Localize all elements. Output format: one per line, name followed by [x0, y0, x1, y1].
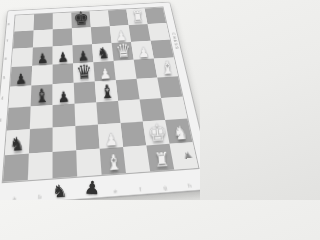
square-d7: [72, 27, 92, 45]
black-queen: ♛: [75, 62, 92, 83]
square-e8: [90, 10, 110, 27]
white-pawn: ♟: [137, 45, 149, 59]
file-label-g: g: [152, 183, 178, 192]
black-knight: ♞: [9, 135, 25, 155]
square-e1: ♝: [100, 147, 126, 175]
chess-board: 87654321 ♚♜♟♟♟♟♞♛♟♟♛♟♝♝♟♝♞♟♚♞♝♜ abcdefgh…: [0, 2, 200, 200]
square-a1: [3, 154, 29, 182]
board-photo: 87654321 ♚♜♟♟♟♟♞♛♟♟♛♟♝♝♟♝♞♟♚♞♝♜ abcdefgh…: [0, 0, 200, 200]
square-c2: [53, 126, 77, 152]
file-label-e: e: [103, 187, 129, 196]
rank-label-5: 5: [2, 67, 6, 87]
square-d2: [75, 125, 99, 151]
square-c3: [53, 104, 76, 128]
square-d3: [75, 102, 98, 126]
square-e5: ♟: [93, 61, 115, 82]
white-knight: ♞: [172, 124, 188, 143]
white-pawn: ♟: [115, 29, 127, 43]
square-b3: [30, 105, 53, 129]
square-h4: [157, 76, 182, 98]
brand-label: CHESS: [171, 32, 180, 50]
square-f8: [108, 9, 129, 26]
file-label-d: d: [78, 189, 103, 198]
square-b4: ♝: [31, 84, 53, 106]
rank-label-6: 6: [4, 49, 8, 68]
board-grid: ♚♜♟♟♟♟♞♛♟♟♛♟♝♝♟♝♞♟♚♞♝♜: [3, 7, 198, 181]
square-h2: ♞: [165, 119, 192, 144]
square-c8: [53, 12, 72, 29]
white-pawn: ♟: [99, 66, 112, 81]
square-f4: [116, 79, 140, 101]
square-f2: [120, 122, 146, 147]
square-d8: ♚: [71, 11, 91, 28]
square-a5: ♟: [10, 66, 32, 87]
square-a3: [7, 107, 31, 131]
square-f1: [123, 145, 150, 173]
black-knight: ♞: [96, 46, 110, 62]
square-h5: ♝: [154, 57, 178, 77]
board-scene: 87654321 ♚♜♟♟♟♟♞♛♟♟♛♟♝♝♟♝♞♟♚♞♝♜ abcdefgh…: [3, 0, 197, 196]
square-b6: ♟: [32, 46, 53, 65]
square-c5: [53, 63, 74, 84]
white-bishop: ♝: [159, 59, 175, 77]
square-b2: [29, 128, 53, 154]
square-e6: ♞: [92, 43, 114, 62]
black-bishop: ♝: [33, 87, 49, 106]
square-f3: [118, 99, 143, 123]
rank-label-7: 7: [5, 32, 9, 49]
square-e2: ♟: [98, 123, 123, 149]
white-queen: ♛: [115, 41, 132, 61]
white-bishop: ♝: [104, 152, 122, 174]
square-h6: [151, 40, 174, 59]
file-label-f: f: [127, 185, 153, 194]
square-h7: [147, 23, 169, 41]
square-b1: [28, 152, 53, 180]
square-d1: [76, 149, 101, 177]
square-e7: [91, 26, 112, 44]
square-f5: [114, 60, 137, 80]
white-king: ♚: [147, 121, 168, 146]
square-e3: [96, 101, 120, 125]
black-pawn: ♟: [56, 50, 68, 64]
square-c4: ♟: [53, 83, 75, 105]
square-h8: [145, 7, 167, 24]
square-b5: [31, 65, 52, 86]
square-b8: [34, 13, 53, 30]
black-bishop: ♝: [99, 83, 115, 102]
square-c7: [53, 28, 73, 46]
square-a8: [14, 14, 34, 31]
white-pawn: ♟: [104, 131, 118, 148]
black-pawn: ♟: [77, 49, 89, 63]
square-a7: [13, 30, 34, 48]
rank-label-8: 8: [7, 16, 11, 32]
file-label-c: c: [53, 190, 78, 199]
file-label-b: b: [27, 192, 53, 200]
rank-label-4: 4: [0, 87, 4, 108]
square-h3: [161, 97, 187, 120]
square-a2: ♞: [5, 129, 30, 155]
file-label-h: h: [177, 181, 200, 190]
white-rook: ♜: [131, 10, 144, 25]
black-king: ♚: [73, 9, 90, 28]
square-g2: ♚: [143, 120, 170, 145]
rank-label-3: 3: [0, 108, 3, 131]
square-c6: ♟: [53, 45, 73, 64]
square-e4: ♝: [95, 80, 118, 102]
rank-label-2: 2: [0, 131, 1, 156]
square-f7: ♟: [110, 25, 131, 43]
file-labels: abcdefgh: [1, 181, 200, 200]
black-pawn: ♟: [14, 71, 26, 86]
square-a6: [12, 48, 33, 68]
square-f6: ♛: [112, 42, 134, 61]
square-a4: [9, 85, 32, 107]
file-label-a: a: [1, 194, 27, 200]
black-pawn: ♟: [36, 51, 48, 65]
black-pawn: ♟: [57, 89, 70, 105]
square-d6: ♟: [72, 44, 93, 63]
square-d5: ♛: [73, 62, 95, 83]
square-b7: [33, 29, 53, 47]
white-rook: ♜: [153, 150, 170, 171]
square-c1: [53, 150, 78, 178]
square-d4: [74, 82, 97, 104]
